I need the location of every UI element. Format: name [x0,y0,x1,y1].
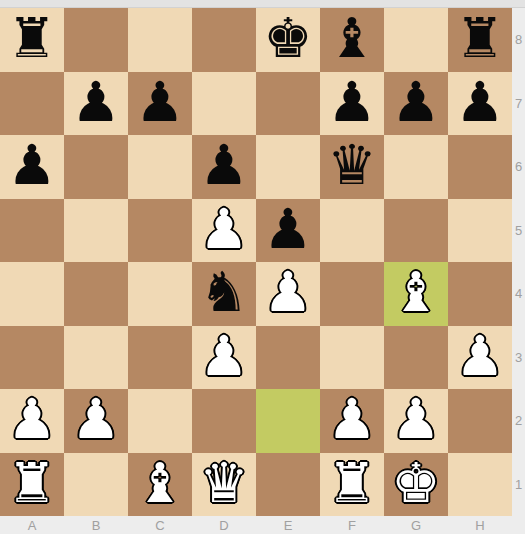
piece-white-pawn[interactable]: ♟ [199,202,248,257]
rank-label-3: 3 [512,326,525,390]
piece-white-rook[interactable]: ♜ [327,456,376,511]
rank-label-5: 5 [512,199,525,263]
square-h8[interactable]: ♜ [448,8,512,72]
piece-white-pawn[interactable]: ♟ [391,392,440,447]
rank-label-4: 4 [512,262,525,326]
piece-white-pawn[interactable]: ♟ [455,329,504,384]
piece-black-pawn[interactable]: ♟ [135,75,184,130]
square-e8[interactable]: ♚ [256,8,320,72]
square-d4[interactable]: ♞ [192,262,256,326]
chess-board[interactable]: ♜♚♝♜♟♟♟♟♟♟♟♛♟♟♞♟♝♟♟♟♟♟♟♜♝♛♜♚ [0,8,512,516]
square-a7[interactable] [0,72,64,136]
square-a5[interactable] [0,199,64,263]
piece-black-knight[interactable]: ♞ [199,265,248,320]
square-b8[interactable] [64,8,128,72]
square-e6[interactable] [256,135,320,199]
square-d1[interactable]: ♛ [192,453,256,517]
piece-white-pawn[interactable]: ♟ [199,329,248,384]
piece-white-bishop[interactable]: ♝ [391,265,440,320]
square-e2[interactable] [256,389,320,453]
square-e5[interactable]: ♟ [256,199,320,263]
square-h1[interactable] [448,453,512,517]
square-d6[interactable]: ♟ [192,135,256,199]
square-c2[interactable] [128,389,192,453]
square-f8[interactable]: ♝ [320,8,384,72]
piece-black-king[interactable]: ♚ [263,11,312,66]
piece-black-pawn[interactable]: ♟ [199,138,248,193]
square-a6[interactable]: ♟ [0,135,64,199]
square-h4[interactable] [448,262,512,326]
file-label-f: F [320,516,384,534]
square-d2[interactable] [192,389,256,453]
file-label-g: G [384,516,448,534]
piece-white-pawn[interactable]: ♟ [263,265,312,320]
square-c6[interactable] [128,135,192,199]
rank-label-2: 2 [512,389,525,453]
square-a4[interactable] [0,262,64,326]
piece-black-pawn[interactable]: ♟ [71,75,120,130]
piece-white-bishop[interactable]: ♝ [135,456,184,511]
square-d7[interactable] [192,72,256,136]
square-d8[interactable] [192,8,256,72]
square-b1[interactable] [64,453,128,517]
square-b2[interactable]: ♟ [64,389,128,453]
square-e4[interactable]: ♟ [256,262,320,326]
square-f1[interactable]: ♜ [320,453,384,517]
file-label-h: H [448,516,512,534]
piece-black-bishop[interactable]: ♝ [327,11,376,66]
square-f3[interactable] [320,326,384,390]
square-g7[interactable]: ♟ [384,72,448,136]
file-label-d: D [192,516,256,534]
square-b5[interactable] [64,199,128,263]
square-d5[interactable]: ♟ [192,199,256,263]
piece-black-rook[interactable]: ♜ [455,11,504,66]
square-g3[interactable] [384,326,448,390]
rank-label-6: 6 [512,135,525,199]
piece-black-queen[interactable]: ♛ [327,138,376,193]
square-a2[interactable]: ♟ [0,389,64,453]
piece-white-pawn[interactable]: ♟ [327,392,376,447]
square-b4[interactable] [64,262,128,326]
square-f6[interactable]: ♛ [320,135,384,199]
piece-white-queen[interactable]: ♛ [199,456,248,511]
square-f4[interactable] [320,262,384,326]
square-g5[interactable] [384,199,448,263]
piece-black-pawn[interactable]: ♟ [391,75,440,130]
square-a8[interactable]: ♜ [0,8,64,72]
square-g1[interactable]: ♚ [384,453,448,517]
rank-label-8: 8 [512,8,525,72]
square-c8[interactable] [128,8,192,72]
square-c4[interactable] [128,262,192,326]
square-e3[interactable] [256,326,320,390]
square-a3[interactable] [0,326,64,390]
file-label-a: A [0,516,64,534]
file-label-b: B [64,516,128,534]
square-h2[interactable] [448,389,512,453]
piece-black-pawn[interactable]: ♟ [263,202,312,257]
square-c7[interactable]: ♟ [128,72,192,136]
piece-white-pawn[interactable]: ♟ [71,392,120,447]
file-coordinates: ABCDEFGH [0,516,512,534]
piece-black-pawn[interactable]: ♟ [327,75,376,130]
square-f5[interactable] [320,199,384,263]
rank-label-7: 7 [512,72,525,136]
piece-white-king[interactable]: ♚ [391,456,440,511]
square-g4[interactable]: ♝ [384,262,448,326]
square-e7[interactable] [256,72,320,136]
piece-black-pawn[interactable]: ♟ [7,138,56,193]
rank-coordinates: 87654321 [512,8,525,516]
square-c5[interactable] [128,199,192,263]
file-label-e: E [256,516,320,534]
square-d3[interactable]: ♟ [192,326,256,390]
piece-white-rook[interactable]: ♜ [7,456,56,511]
rank-label-1: 1 [512,453,525,517]
square-b3[interactable] [64,326,128,390]
square-b7[interactable]: ♟ [64,72,128,136]
file-label-c: C [128,516,192,534]
square-g2[interactable]: ♟ [384,389,448,453]
square-e1[interactable] [256,453,320,517]
square-h6[interactable] [448,135,512,199]
square-c3[interactable] [128,326,192,390]
piece-white-pawn[interactable]: ♟ [7,392,56,447]
square-f2[interactable]: ♟ [320,389,384,453]
square-a1[interactable]: ♜ [0,453,64,517]
piece-black-rook[interactable]: ♜ [7,11,56,66]
square-h7[interactable]: ♟ [448,72,512,136]
square-h3[interactable]: ♟ [448,326,512,390]
square-b6[interactable] [64,135,128,199]
square-c1[interactable]: ♝ [128,453,192,517]
square-h5[interactable] [448,199,512,263]
square-g8[interactable] [384,8,448,72]
square-g6[interactable] [384,135,448,199]
square-f7[interactable]: ♟ [320,72,384,136]
piece-black-pawn[interactable]: ♟ [455,75,504,130]
